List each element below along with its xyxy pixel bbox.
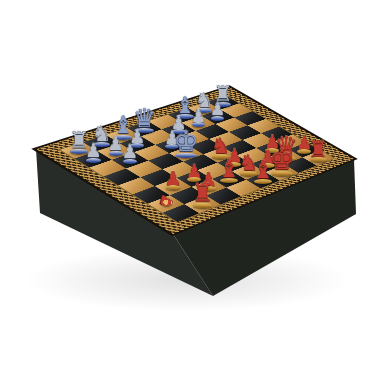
silver-king[interactable]: ♚: [169, 128, 203, 156]
silver-pawn[interactable]: ♟: [82, 142, 105, 161]
red-bishop[interactable]: ♝: [248, 158, 277, 182]
silver-pawn[interactable]: ♟: [207, 101, 228, 119]
silver-pawn[interactable]: ♟: [188, 108, 209, 126]
fallen-red-pawn[interactable]: ♟: [154, 193, 177, 209]
red-rook[interactable]: ♜: [305, 138, 332, 160]
silver-pawn[interactable]: ♟: [119, 143, 141, 162]
pieces-layer: ♜♞♝♛♝♞♜♟♟♟♟♟♟♟♟♚♞♟♟♟♟♟♟♝♞♟♛♟♜♝♚♜: [0, 0, 385, 385]
chess-set-scene: ♜♞♝♛♝♞♜♟♟♟♟♟♟♟♟♚♞♟♟♟♟♟♟♝♞♟♛♟♜♝♚♜: [0, 0, 385, 385]
red-pawn[interactable]: ♟: [162, 169, 185, 188]
red-rook[interactable]: ♜: [188, 182, 217, 206]
